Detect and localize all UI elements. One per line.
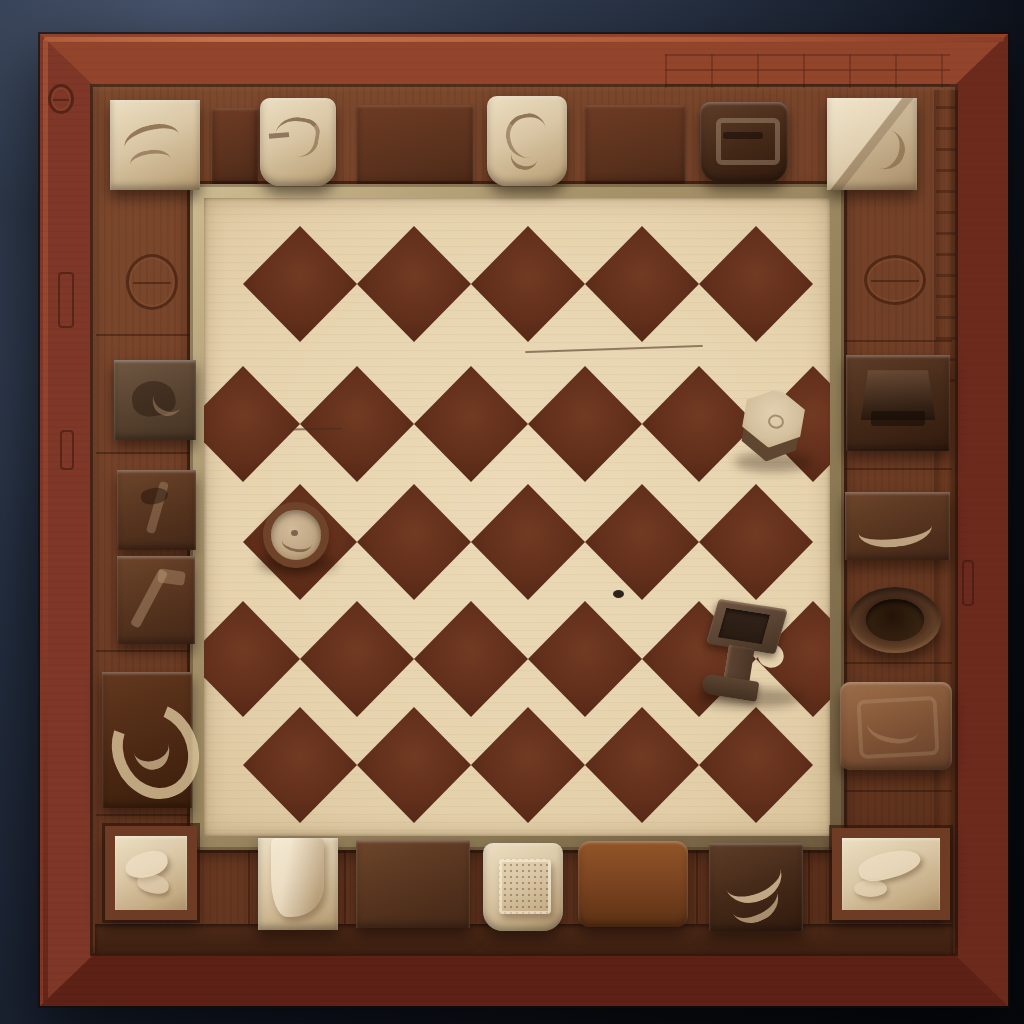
pieces-layer (0, 0, 1024, 1024)
piece-hex-nut[interactable] (734, 383, 811, 471)
piece-anvil-block[interactable] (695, 595, 802, 708)
piece-round-bowl[interactable] (263, 502, 329, 568)
board-photo (0, 0, 1024, 1024)
